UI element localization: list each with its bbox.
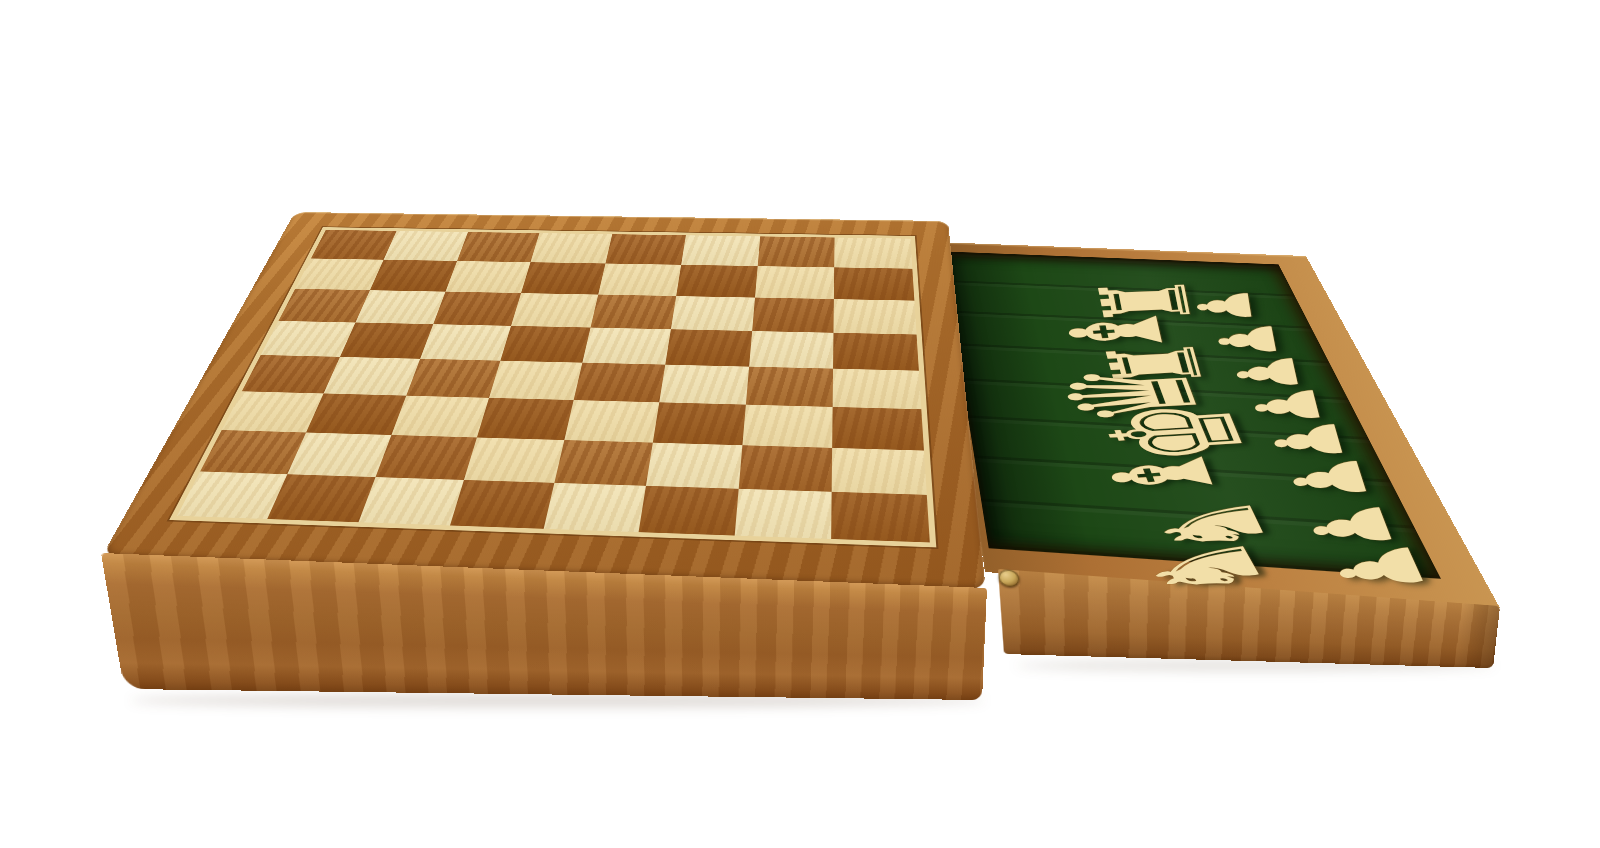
- square-b7[interactable]: [370, 260, 457, 292]
- square-c1[interactable]: [358, 477, 464, 525]
- square-f7[interactable]: [676, 265, 757, 298]
- square-d1[interactable]: [450, 480, 554, 529]
- square-d2[interactable]: [464, 437, 564, 482]
- square-f4[interactable]: [659, 365, 749, 405]
- stored-piece-bishop[interactable]: ♝: [1093, 442, 1231, 505]
- square-g4[interactable]: [745, 367, 833, 407]
- square-b5[interactable]: [340, 323, 433, 359]
- square-a8[interactable]: [311, 230, 396, 260]
- square-a6[interactable]: [278, 289, 369, 323]
- square-g6[interactable]: [752, 298, 834, 333]
- square-e1[interactable]: [544, 483, 646, 532]
- square-b4[interactable]: [323, 357, 419, 396]
- square-c5[interactable]: [420, 324, 511, 361]
- square-f1[interactable]: [638, 486, 738, 536]
- square-d3[interactable]: [477, 398, 574, 440]
- square-h4[interactable]: [833, 369, 921, 410]
- square-h1[interactable]: [831, 492, 929, 543]
- board-inlay-border: [169, 227, 936, 547]
- square-d4[interactable]: [489, 361, 582, 400]
- square-b2[interactable]: [287, 432, 391, 477]
- square-g5[interactable]: [749, 331, 834, 369]
- square-c4[interactable]: [406, 359, 501, 398]
- square-g7[interactable]: [755, 266, 835, 299]
- square-h8[interactable]: [834, 238, 912, 269]
- square-g2[interactable]: [738, 445, 832, 492]
- square-c3[interactable]: [391, 396, 489, 438]
- square-d7[interactable]: [521, 262, 605, 294]
- square-h5[interactable]: [833, 333, 919, 371]
- square-d5[interactable]: [501, 326, 591, 363]
- square-f5[interactable]: [665, 329, 752, 366]
- square-g1[interactable]: [734, 489, 832, 539]
- square-c2[interactable]: [375, 435, 477, 480]
- square-g3[interactable]: [742, 405, 833, 448]
- square-h7[interactable]: [834, 267, 914, 300]
- square-d6[interactable]: [511, 293, 598, 327]
- square-b8[interactable]: [383, 231, 467, 261]
- square-f2[interactable]: [646, 443, 742, 489]
- stored-piece-pawn[interactable]: ♟: [1190, 287, 1260, 325]
- chess-board-top: [102, 212, 986, 590]
- chess-box-photo: ♜♝♜♛♚♝♞♞♟♟♟♟♟♟♟♟: [0, 0, 1600, 848]
- square-h2[interactable]: [832, 448, 927, 495]
- square-b6[interactable]: [355, 290, 445, 324]
- square-f8[interactable]: [681, 235, 760, 266]
- square-h3[interactable]: [832, 407, 924, 451]
- square-d8[interactable]: [531, 233, 613, 263]
- square-e5[interactable]: [582, 328, 670, 365]
- square-c6[interactable]: [433, 292, 521, 326]
- square-e8[interactable]: [605, 234, 685, 265]
- square-f3[interactable]: [653, 402, 746, 445]
- square-f6[interactable]: [671, 296, 755, 331]
- square-a7[interactable]: [295, 258, 383, 290]
- square-b3[interactable]: [306, 393, 406, 435]
- stored-piece-pawn[interactable]: ♟: [1281, 452, 1379, 506]
- drawer-knob[interactable]: [998, 569, 1020, 587]
- square-e4[interactable]: [574, 363, 665, 403]
- square-c7[interactable]: [445, 261, 531, 293]
- square-e6[interactable]: [591, 295, 676, 330]
- square-g8[interactable]: [757, 236, 834, 267]
- square-e3[interactable]: [564, 400, 659, 443]
- square-e7[interactable]: [598, 263, 681, 296]
- square-e2[interactable]: [554, 440, 652, 486]
- square-h6[interactable]: [834, 299, 917, 334]
- square-c8[interactable]: [457, 232, 540, 262]
- chess-board-grid: [177, 230, 930, 543]
- square-b1[interactable]: [267, 474, 375, 522]
